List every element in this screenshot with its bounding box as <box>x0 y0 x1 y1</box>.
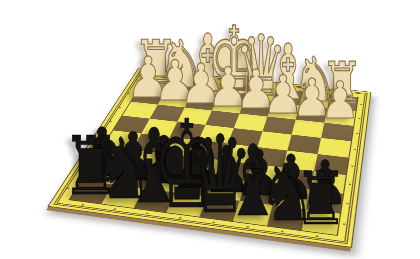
chess-photo-scene: ♜♞♝♚♛♝♞♜♟♟♟♟♟♟♟♟♟♟♟♟♟♟♟♟♜♞♝♚♛♝♞♜ <box>0 0 420 259</box>
piece-black-rook-a8[interactable]: ♜ <box>294 163 348 236</box>
chess-pieces-layer: ♜♞♝♚♛♝♞♜♟♟♟♟♟♟♟♟♟♟♟♟♟♟♟♟♜♞♝♚♛♝♞♜ <box>0 0 420 259</box>
border-dot <box>349 184 351 186</box>
border-dot <box>351 166 353 167</box>
border-dot <box>119 107 121 108</box>
border-dot <box>356 133 358 134</box>
border-dot <box>354 149 356 150</box>
piece-white-pawn-a2[interactable]: ♟ <box>320 75 360 126</box>
